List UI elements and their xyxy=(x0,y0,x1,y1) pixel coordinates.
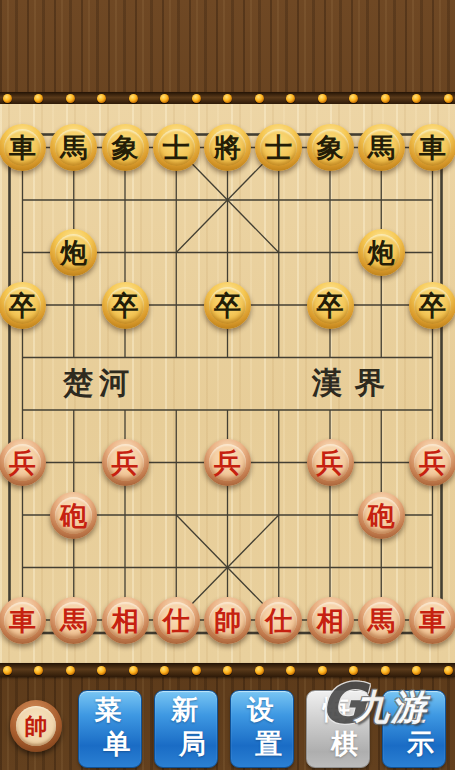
stud-icon xyxy=(3,666,12,675)
piece-character: 馬 xyxy=(363,129,400,166)
piece-black-cannon[interactable]: 炮 xyxy=(358,229,405,276)
hint-button[interactable]: 提 示 xyxy=(382,690,446,768)
stud-icon xyxy=(349,666,358,675)
turn-indicator-label: 帥 xyxy=(16,706,56,746)
piece-red-soldier[interactable]: 兵 xyxy=(102,439,149,486)
piece-black-soldier[interactable]: 卒 xyxy=(102,282,149,329)
piece-red-chariot[interactable]: 車 xyxy=(0,597,46,644)
piece-red-elephant[interactable]: 相 xyxy=(102,597,149,644)
piece-black-advisor[interactable]: 士 xyxy=(255,124,302,171)
stud-icon xyxy=(97,94,106,103)
piece-black-soldier[interactable]: 卒 xyxy=(409,282,455,329)
piece-character: 馬 xyxy=(363,602,400,639)
stud-icon xyxy=(349,94,358,103)
piece-character: 炮 xyxy=(363,234,400,271)
stud-icon xyxy=(412,666,421,675)
piece-character: 仕 xyxy=(158,602,195,639)
piece-character: 馬 xyxy=(55,129,92,166)
stud-icon xyxy=(286,94,295,103)
piece-character: 車 xyxy=(4,602,41,639)
stud-icon xyxy=(3,94,12,103)
stud-icon xyxy=(160,94,169,103)
new-game-button[interactable]: 新 局 xyxy=(154,690,218,768)
stud-icon xyxy=(192,94,201,103)
piece-black-advisor[interactable]: 士 xyxy=(153,124,200,171)
piece-character: 兵 xyxy=(4,444,41,481)
piece-red-soldier[interactable]: 兵 xyxy=(307,439,354,486)
piece-black-cannon[interactable]: 炮 xyxy=(50,229,97,276)
stud-icon xyxy=(286,666,295,675)
turn-indicator-red-general: 帥 xyxy=(10,700,62,752)
piece-red-elephant[interactable]: 相 xyxy=(307,597,354,644)
piece-character: 相 xyxy=(312,602,349,639)
stud-icon xyxy=(192,666,201,675)
piece-character: 車 xyxy=(414,129,451,166)
piece-character: 卒 xyxy=(107,287,144,324)
piece-red-advisor[interactable]: 仕 xyxy=(255,597,302,644)
stud-icon xyxy=(444,94,453,103)
piece-character: 兵 xyxy=(107,444,144,481)
stud-icon xyxy=(255,666,264,675)
piece-character: 象 xyxy=(107,129,144,166)
piece-character: 兵 xyxy=(209,444,246,481)
piece-character: 象 xyxy=(312,129,349,166)
piece-character: 馬 xyxy=(55,602,92,639)
bottom-stud-rail xyxy=(0,663,455,677)
piece-character: 兵 xyxy=(312,444,349,481)
piece-character: 仕 xyxy=(260,602,297,639)
stud-icon xyxy=(97,666,106,675)
piece-black-horse[interactable]: 馬 xyxy=(50,124,97,171)
piece-red-cannon[interactable]: 砲 xyxy=(358,492,405,539)
piece-character: 砲 xyxy=(363,497,400,534)
piece-character: 卒 xyxy=(4,287,41,324)
stud-icon xyxy=(223,94,232,103)
piece-red-soldier[interactable]: 兵 xyxy=(0,439,46,486)
menu-button[interactable]: 菜 单 xyxy=(78,690,142,768)
piece-character: 相 xyxy=(107,602,144,639)
river-label-left: 楚河 xyxy=(63,368,135,398)
piece-black-chariot[interactable]: 車 xyxy=(0,124,46,171)
piece-character: 車 xyxy=(4,129,41,166)
stud-icon xyxy=(223,666,232,675)
piece-character: 卒 xyxy=(414,287,451,324)
piece-black-soldier[interactable]: 卒 xyxy=(204,282,251,329)
piece-red-soldier[interactable]: 兵 xyxy=(204,439,251,486)
piece-character: 車 xyxy=(414,602,451,639)
piece-character: 砲 xyxy=(55,497,92,534)
piece-black-soldier[interactable]: 卒 xyxy=(0,282,46,329)
stud-icon xyxy=(318,666,327,675)
stud-icon xyxy=(160,666,169,675)
piece-character: 帥 xyxy=(209,602,246,639)
stud-icon xyxy=(66,666,75,675)
stud-icon xyxy=(34,94,43,103)
stud-icon xyxy=(129,94,138,103)
piece-character: 炮 xyxy=(55,234,92,271)
piece-black-elephant[interactable]: 象 xyxy=(307,124,354,171)
stud-icon xyxy=(412,94,421,103)
xiangqi-board[interactable]: 楚河 漢界 車馬象士將士象馬車炮炮卒卒卒卒卒兵兵兵兵兵砲砲車馬相仕帥仕相馬車 xyxy=(0,104,455,663)
stud-icon xyxy=(255,94,264,103)
stud-icon xyxy=(381,666,390,675)
piece-red-horse[interactable]: 馬 xyxy=(358,597,405,644)
piece-black-elephant[interactable]: 象 xyxy=(102,124,149,171)
stud-icon xyxy=(444,666,453,675)
river-label-right: 漢界 xyxy=(312,368,398,398)
piece-character: 兵 xyxy=(414,444,451,481)
piece-black-chariot[interactable]: 車 xyxy=(409,124,455,171)
piece-character: 將 xyxy=(209,129,246,166)
stud-icon xyxy=(318,94,327,103)
piece-black-horse[interactable]: 馬 xyxy=(358,124,405,171)
piece-black-soldier[interactable]: 卒 xyxy=(307,282,354,329)
stud-icon xyxy=(34,666,43,675)
piece-red-general[interactable]: 帥 xyxy=(204,597,251,644)
piece-character: 卒 xyxy=(312,287,349,324)
undo-button[interactable]: 悔 棋 xyxy=(306,690,370,768)
piece-red-chariot[interactable]: 車 xyxy=(409,597,455,644)
stud-icon xyxy=(129,666,138,675)
piece-red-horse[interactable]: 馬 xyxy=(50,597,97,644)
piece-red-soldier[interactable]: 兵 xyxy=(409,439,455,486)
top-stud-rail xyxy=(0,92,455,104)
app-screen: 楚河 漢界 車馬象士將士象馬車炮炮卒卒卒卒卒兵兵兵兵兵砲砲車馬相仕帥仕相馬車 帥… xyxy=(0,0,455,770)
stud-icon xyxy=(381,94,390,103)
piece-red-advisor[interactable]: 仕 xyxy=(153,597,200,644)
settings-button[interactable]: 设 置 xyxy=(230,690,294,768)
piece-black-general[interactable]: 將 xyxy=(204,124,251,171)
piece-character: 卒 xyxy=(209,287,246,324)
piece-character: 士 xyxy=(260,129,297,166)
stud-icon xyxy=(66,94,75,103)
piece-red-cannon[interactable]: 砲 xyxy=(50,492,97,539)
piece-character: 士 xyxy=(158,129,195,166)
